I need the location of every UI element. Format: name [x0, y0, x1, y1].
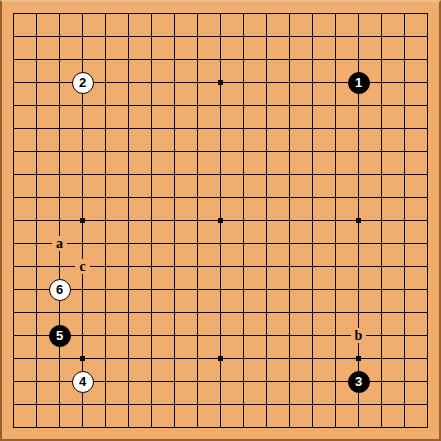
board-cell [71, 301, 94, 324]
grid-line-horizontal [347, 197, 370, 198]
board-cell [416, 209, 439, 232]
board-cell [393, 163, 416, 186]
board-cell [94, 140, 117, 163]
grid-line-horizontal [186, 151, 209, 152]
grid-line-horizontal [301, 105, 324, 106]
grid-line-horizontal [301, 427, 324, 428]
grid-line-horizontal [324, 266, 347, 267]
grid-line-horizontal [163, 151, 186, 152]
board-cell [209, 347, 232, 370]
grid-line-vertical [36, 13, 37, 25]
board-cell [232, 117, 255, 140]
grid-line-horizontal [301, 243, 324, 244]
board-cell [278, 393, 301, 416]
grid-line-horizontal [301, 36, 324, 37]
grid-line-horizontal [71, 174, 94, 175]
board-cell [2, 232, 25, 255]
board-cell [278, 186, 301, 209]
grid-line-horizontal [209, 266, 232, 267]
board-cell [2, 416, 25, 439]
board-cell [140, 48, 163, 71]
grid-line-horizontal [209, 151, 232, 152]
board-cell [48, 347, 71, 370]
grid-line-horizontal [393, 82, 416, 83]
board-cell [416, 347, 439, 370]
grid-line-horizontal [48, 36, 71, 37]
board-cell [370, 255, 393, 278]
grid-line-horizontal [232, 82, 255, 83]
board-cell [140, 209, 163, 232]
grid-line-horizontal [416, 220, 428, 221]
board-cell [209, 278, 232, 301]
grid-line-horizontal [416, 82, 428, 83]
go-board: 123456abc [0, 0, 441, 441]
grid-line-horizontal [13, 404, 25, 405]
board-cell [209, 94, 232, 117]
grid-line-horizontal [13, 243, 25, 244]
board-cell [48, 140, 71, 163]
grid-line-horizontal [117, 151, 140, 152]
black-stone-1: 1 [348, 72, 370, 94]
grid-line-horizontal [94, 197, 117, 198]
grid-line-horizontal [347, 243, 370, 244]
grid-line-horizontal [232, 128, 255, 129]
grid-line-vertical [220, 13, 221, 25]
grid-line-vertical [128, 13, 129, 25]
board-cell [48, 117, 71, 140]
board-cell [393, 140, 416, 163]
board-cell [48, 71, 71, 94]
board-cell [370, 232, 393, 255]
board-cell [2, 324, 25, 347]
grid-line-horizontal [370, 220, 393, 221]
grid-line-horizontal [416, 59, 428, 60]
board-cell [209, 48, 232, 71]
board-cell [163, 370, 186, 393]
grid-line-vertical [358, 13, 359, 25]
board-cell [370, 393, 393, 416]
grid-line-horizontal [25, 358, 48, 359]
board-cell [94, 117, 117, 140]
board-cell [48, 370, 71, 393]
grid-line-horizontal [13, 59, 25, 60]
grid-line-horizontal [255, 404, 278, 405]
grid-line-horizontal [71, 404, 94, 405]
stone-number: 5 [56, 329, 63, 342]
board-cell [324, 393, 347, 416]
board-cell [393, 186, 416, 209]
board-cell [48, 48, 71, 71]
grid-line-horizontal [94, 312, 117, 313]
board-cell [25, 324, 48, 347]
board-cell [186, 255, 209, 278]
board-cell [163, 278, 186, 301]
grid-line-horizontal [186, 381, 209, 382]
board-cell [324, 2, 347, 25]
grid-line-horizontal [278, 427, 301, 428]
board-cell [186, 2, 209, 25]
board-cell [140, 301, 163, 324]
grid-line-horizontal [140, 358, 163, 359]
grid-line-horizontal [186, 266, 209, 267]
grid-line-horizontal [393, 312, 416, 313]
grid-line-horizontal [71, 151, 94, 152]
grid-line-horizontal [25, 289, 48, 290]
hoshi-dot [218, 218, 223, 223]
grid-line-horizontal [117, 427, 140, 428]
board-cell [393, 416, 416, 439]
grid-line-horizontal [48, 312, 71, 313]
grid-line-horizontal [301, 128, 324, 129]
board-cell [209, 232, 232, 255]
board-cell [163, 94, 186, 117]
grid-line-horizontal [94, 82, 117, 83]
board-cell [94, 163, 117, 186]
grid-line-horizontal [324, 220, 347, 221]
grid-line-horizontal [278, 243, 301, 244]
board-cell [416, 48, 439, 71]
grid-line-horizontal [25, 266, 48, 267]
grid-line-horizontal [301, 404, 324, 405]
grid-line-horizontal [324, 59, 347, 60]
board-cell [163, 140, 186, 163]
board-cell [140, 186, 163, 209]
board-cell [255, 117, 278, 140]
grid-line-horizontal [163, 404, 186, 405]
stone-number: 1 [355, 76, 362, 89]
grid-line-horizontal [255, 59, 278, 60]
grid-line-horizontal [140, 427, 163, 428]
grid-line-horizontal [255, 243, 278, 244]
grid-line-horizontal [393, 36, 416, 37]
grid-line-horizontal [117, 59, 140, 60]
board-cell [255, 393, 278, 416]
grid-line-horizontal [324, 404, 347, 405]
board-cell [2, 94, 25, 117]
grid-line-horizontal [71, 289, 94, 290]
grid-line-vertical [243, 13, 244, 25]
grid-line-horizontal [232, 174, 255, 175]
grid-line-horizontal [324, 358, 347, 359]
hoshi-dot [80, 356, 85, 361]
black-stone-5: 5 [49, 325, 71, 347]
grid-line-horizontal [324, 128, 347, 129]
stone-number: 4 [79, 375, 86, 388]
grid-line-horizontal [209, 427, 232, 428]
grid-line-horizontal [347, 289, 370, 290]
grid-line-horizontal [209, 174, 232, 175]
grid-line-horizontal [13, 82, 25, 83]
grid-line-horizontal [324, 243, 347, 244]
grid-line-horizontal [370, 312, 393, 313]
grid-line-horizontal [25, 404, 48, 405]
board-cell [324, 117, 347, 140]
grid-line-horizontal [370, 404, 393, 405]
board-cell [94, 416, 117, 439]
grid-line-horizontal [209, 128, 232, 129]
board-cell [393, 117, 416, 140]
board-cell [2, 71, 25, 94]
board-cell [71, 209, 94, 232]
board-cell [416, 255, 439, 278]
grid-line-horizontal [94, 427, 117, 428]
board-cell [25, 416, 48, 439]
board-cell [278, 324, 301, 347]
board-cell [232, 278, 255, 301]
grid-line-horizontal [25, 220, 48, 221]
board-cell [416, 370, 439, 393]
grid-line-horizontal [13, 105, 25, 106]
board-cell [71, 94, 94, 117]
board-cell [324, 48, 347, 71]
grid-line-horizontal [94, 174, 117, 175]
grid-line-horizontal [163, 427, 186, 428]
board-cell [94, 232, 117, 255]
grid-line-horizontal [13, 381, 25, 382]
board-cell [232, 25, 255, 48]
grid-line-horizontal [416, 128, 428, 129]
board-cell [324, 209, 347, 232]
grid-line-horizontal [71, 13, 94, 14]
board-cell [393, 2, 416, 25]
board-cell [48, 416, 71, 439]
grid-line-horizontal [117, 36, 140, 37]
grid-line-horizontal [25, 36, 48, 37]
grid-line-horizontal [48, 105, 71, 106]
board-cell [416, 71, 439, 94]
grid-line-horizontal [140, 82, 163, 83]
grid-line-horizontal [140, 404, 163, 405]
board-cell [163, 232, 186, 255]
board-cell [209, 140, 232, 163]
grid-line-horizontal [186, 312, 209, 313]
board-cell [347, 278, 370, 301]
grid-line-horizontal [324, 13, 347, 14]
board-cell [278, 2, 301, 25]
grid-line-vertical [105, 13, 106, 25]
board-cell [48, 94, 71, 117]
grid-line-horizontal [278, 381, 301, 382]
board-cell [301, 393, 324, 416]
grid-line-horizontal [94, 59, 117, 60]
grid-line-horizontal [347, 404, 370, 405]
board-cell [117, 278, 140, 301]
grid-line-horizontal [186, 36, 209, 37]
board-cell [347, 117, 370, 140]
grid-line-horizontal [278, 404, 301, 405]
grid-line-horizontal [140, 174, 163, 175]
board-cell [186, 140, 209, 163]
board-cell [347, 163, 370, 186]
grid-line-horizontal [186, 13, 209, 14]
board-cell [416, 25, 439, 48]
board-cell [301, 255, 324, 278]
grid-line-horizontal [278, 105, 301, 106]
board-cell [186, 324, 209, 347]
board-cell [71, 186, 94, 209]
grid-line-horizontal [416, 358, 428, 359]
board-cell [416, 94, 439, 117]
board-cell [278, 94, 301, 117]
grid-line-horizontal [324, 381, 347, 382]
board-cell [301, 25, 324, 48]
grid-line-horizontal [163, 13, 186, 14]
grid-line-vertical [427, 13, 428, 25]
grid-line-horizontal [140, 243, 163, 244]
board-cell [347, 209, 370, 232]
board-cell [117, 393, 140, 416]
grid-line-horizontal [324, 335, 347, 336]
board-cell [71, 347, 94, 370]
board-cell [163, 186, 186, 209]
grid-line-horizontal [117, 404, 140, 405]
board-cell [209, 255, 232, 278]
board-cell [186, 370, 209, 393]
board-cell [370, 416, 393, 439]
board-cell [140, 117, 163, 140]
board-cell [140, 94, 163, 117]
board-cell [278, 140, 301, 163]
board-cell [347, 186, 370, 209]
grid-line-horizontal [13, 174, 25, 175]
board-cell [416, 140, 439, 163]
board-cell [186, 25, 209, 48]
board-cell [416, 117, 439, 140]
board-cell [324, 232, 347, 255]
grid-line-horizontal [278, 197, 301, 198]
board-cell [48, 255, 71, 278]
board-cell [393, 255, 416, 278]
board-cell [232, 324, 255, 347]
board-cell [278, 71, 301, 94]
board-cell [25, 301, 48, 324]
board-cell [2, 370, 25, 393]
grid-line-horizontal [278, 82, 301, 83]
grid-line-horizontal [186, 220, 209, 221]
white-stone-2: 2 [72, 72, 94, 94]
board-cell [94, 25, 117, 48]
grid-line-horizontal [117, 381, 140, 382]
grid-line-horizontal [370, 82, 393, 83]
grid-line-horizontal [255, 427, 278, 428]
board-cell [25, 163, 48, 186]
board-cell [347, 416, 370, 439]
grid-line-horizontal [117, 312, 140, 313]
board-cell [94, 255, 117, 278]
grid-line-horizontal [163, 105, 186, 106]
board-cell [301, 163, 324, 186]
grid-line-horizontal [163, 381, 186, 382]
grid-line-horizontal [71, 105, 94, 106]
grid-line-horizontal [94, 243, 117, 244]
board-cell [163, 393, 186, 416]
grid-line-horizontal [13, 151, 25, 152]
board-cell [370, 209, 393, 232]
grid-line-horizontal [25, 174, 48, 175]
board-cell [71, 48, 94, 71]
board-cell [25, 71, 48, 94]
board-cell [209, 301, 232, 324]
grid-line-horizontal [13, 427, 25, 428]
board-cell [94, 370, 117, 393]
grid-line-horizontal [232, 220, 255, 221]
grid-line-horizontal [186, 128, 209, 129]
board-cell [25, 48, 48, 71]
board-cell [25, 278, 48, 301]
grid-line-horizontal [370, 105, 393, 106]
grid-line-horizontal [117, 289, 140, 290]
board-cell [301, 370, 324, 393]
board-cell [347, 255, 370, 278]
board-cell [209, 186, 232, 209]
grid-line-horizontal [140, 220, 163, 221]
board-cell [186, 278, 209, 301]
grid-line-horizontal [48, 174, 71, 175]
board-cell [255, 25, 278, 48]
board-cell [25, 186, 48, 209]
board-cell [140, 324, 163, 347]
board-cell [393, 278, 416, 301]
board-cell [71, 278, 94, 301]
board-cell [209, 2, 232, 25]
grid-line-horizontal [117, 174, 140, 175]
grid-line-horizontal [301, 335, 324, 336]
grid-line-horizontal [324, 289, 347, 290]
grid-line-horizontal [209, 197, 232, 198]
board-cell [117, 25, 140, 48]
board-cell [232, 209, 255, 232]
grid-line-horizontal [48, 59, 71, 60]
grid-line-vertical [381, 13, 382, 25]
board-cell [255, 209, 278, 232]
grid-line-horizontal [163, 128, 186, 129]
board-cell [232, 393, 255, 416]
grid-line-horizontal [393, 289, 416, 290]
board-cell [393, 393, 416, 416]
grid-line-horizontal [347, 266, 370, 267]
board-cell [2, 48, 25, 71]
grid-line-horizontal [255, 128, 278, 129]
board-grid: 123456abc [2, 2, 439, 439]
hoshi-dot [218, 356, 223, 361]
board-cell [324, 25, 347, 48]
board-cell [301, 2, 324, 25]
board-cell [255, 324, 278, 347]
grid-line-horizontal [94, 404, 117, 405]
grid-line-horizontal [163, 312, 186, 313]
grid-line-horizontal [25, 105, 48, 106]
grid-line-horizontal [25, 59, 48, 60]
grid-line-vertical [335, 13, 336, 25]
grid-line-horizontal [416, 243, 428, 244]
board-cell [209, 25, 232, 48]
board-cell [94, 186, 117, 209]
board-cell [255, 140, 278, 163]
grid-line-horizontal [186, 243, 209, 244]
board-cell [94, 301, 117, 324]
grid-line-horizontal [255, 13, 278, 14]
board-cell [209, 163, 232, 186]
board-cell [324, 186, 347, 209]
board-cell [301, 232, 324, 255]
board-cell [163, 71, 186, 94]
point-label-b: b [351, 328, 366, 343]
grid-line-vertical [289, 13, 290, 25]
grid-line-horizontal [370, 197, 393, 198]
board-cell [117, 324, 140, 347]
board-cell [48, 393, 71, 416]
grid-line-horizontal [94, 289, 117, 290]
